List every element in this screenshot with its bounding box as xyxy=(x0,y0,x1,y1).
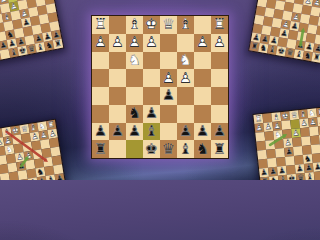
white-queen: ♛♕ xyxy=(20,124,29,133)
black-king: ♚♔ xyxy=(18,46,27,56)
black-bishop[interactable]: ♝♗ xyxy=(179,142,192,157)
black-knight[interactable]: ♞♘ xyxy=(128,106,141,121)
square-d2[interactable] xyxy=(160,34,177,52)
white-pawn: ♟♙ xyxy=(10,2,19,12)
black-bishop: ♝♗ xyxy=(279,175,287,180)
square-d1[interactable]: ♛♕ xyxy=(160,16,177,34)
white-pawn: ♟♙ xyxy=(48,129,57,138)
square-a8[interactable]: ♜♖ xyxy=(211,140,228,158)
square-h3[interactable] xyxy=(92,52,109,70)
square-g5[interactable] xyxy=(109,87,126,105)
square-d1: ♛♕ xyxy=(289,110,299,120)
square-d3[interactable] xyxy=(160,52,177,70)
corner-board-bottom-left: ♜♖♝♗♚♔♛♕♝♗♞♘♜♖♟♙♟♙♟♙♟♙♟♙♟♙♞♘♟♙♟♙♟♙♞♘♟♙♟♙… xyxy=(0,119,67,180)
square-a2: ♟♙ xyxy=(47,129,57,139)
white-rook[interactable]: ♜♖ xyxy=(213,17,226,32)
black-rook: ♜♖ xyxy=(312,53,320,63)
square-e2[interactable]: ♟♙ xyxy=(143,34,160,52)
white-pawn: ♟♙ xyxy=(30,132,39,141)
white-pawn[interactable]: ♟♙ xyxy=(111,35,124,50)
square-c2: ♟♙ xyxy=(299,118,309,128)
black-rook[interactable]: ♜♖ xyxy=(94,142,107,157)
square-g2: ♟♙ xyxy=(263,122,273,132)
black-queen[interactable]: ♛♕ xyxy=(162,142,175,157)
square-a8: ♜♖ xyxy=(311,52,320,62)
white-pawn: ♟♙ xyxy=(300,119,308,128)
square-a2[interactable]: ♟♙ xyxy=(211,34,228,52)
square-e3[interactable] xyxy=(143,52,160,70)
square-a7: ♟♙ xyxy=(54,173,64,180)
square-e1: ♚♔ xyxy=(280,111,290,121)
white-knight[interactable]: ♞♘ xyxy=(179,53,192,68)
square-d4[interactable]: ♟♙ xyxy=(160,69,177,87)
square-e5[interactable] xyxy=(143,87,160,105)
white-rook[interactable]: ♜♖ xyxy=(94,17,107,32)
square-b5[interactable] xyxy=(194,87,211,105)
square-g6[interactable] xyxy=(109,105,126,123)
black-king: ♚♔ xyxy=(288,174,296,180)
black-bishop: ♝♗ xyxy=(294,50,303,60)
square-e4[interactable] xyxy=(143,69,160,87)
square-a4[interactable] xyxy=(211,69,228,87)
square-f2[interactable]: ♟♙ xyxy=(126,34,143,52)
black-pawn[interactable]: ♟♙ xyxy=(128,124,141,139)
white-king[interactable]: ♚♔ xyxy=(145,17,158,32)
square-e5: ♟♙ xyxy=(284,147,294,157)
square-c8[interactable]: ♝♗ xyxy=(177,140,194,158)
white-pawn[interactable]: ♟♙ xyxy=(196,35,209,50)
black-knight: ♞♘ xyxy=(303,51,312,61)
square-e7[interactable]: ♝♗ xyxy=(143,123,160,141)
square-f4[interactable] xyxy=(126,69,143,87)
square-d7[interactable] xyxy=(160,123,177,141)
black-pawn: ♟♙ xyxy=(290,21,299,31)
white-pawn: ♟♙ xyxy=(39,131,48,140)
corner-board-top-right: ♜♖♞♘♝♗♚♔♛♕♝♗♞♘♜♖♟♙♟♙♟♙♟♙♟♙♟♙♟♙♟♙♟♙♟♙♟♙♟♙… xyxy=(248,0,320,64)
white-queen[interactable]: ♛♕ xyxy=(162,17,175,32)
black-pawn: ♟♙ xyxy=(280,29,289,39)
square-h4[interactable] xyxy=(92,69,109,87)
black-bishop: ♝♗ xyxy=(36,43,45,53)
square-h8[interactable]: ♜♖ xyxy=(92,140,109,158)
black-pawn: ♟♙ xyxy=(46,175,55,180)
square-b7[interactable]: ♟♙ xyxy=(194,123,211,141)
black-knight[interactable]: ♞♘ xyxy=(196,142,209,157)
square-h1[interactable]: ♜♖ xyxy=(92,16,109,34)
square-g8[interactable] xyxy=(109,140,126,158)
black-pawn: ♟♙ xyxy=(17,161,26,170)
square-b2: ♟♙ xyxy=(312,0,320,8)
square-c8: ♝♗ xyxy=(305,172,315,180)
square-f1[interactable]: ♝♗ xyxy=(126,16,143,34)
square-c2[interactable] xyxy=(177,34,194,52)
white-bishop: ♝♗ xyxy=(2,12,11,22)
main-chess-board[interactable]: ♜♖♝♗♚♔♛♕♝♗♜♖♟♙♟♙♟♙♟♙♟♙♟♙♞♘♞♘♟♙♟♙♟♙♞♘♟♙♟♙… xyxy=(91,15,229,159)
square-c7[interactable]: ♟♙ xyxy=(177,123,194,141)
white-pawn: ♟♙ xyxy=(304,0,313,6)
black-bishop[interactable]: ♝♗ xyxy=(145,124,158,139)
white-king: ♚♔ xyxy=(11,126,20,135)
black-king: ♚♔ xyxy=(277,46,286,56)
square-d3: ♟♙ xyxy=(291,128,301,138)
square-e1[interactable]: ♚♔ xyxy=(143,16,160,34)
square-a1[interactable]: ♜♖ xyxy=(211,16,228,34)
white-bishop[interactable]: ♝♗ xyxy=(179,17,192,32)
white-pawn: ♟♙ xyxy=(264,122,272,131)
square-e6[interactable]: ♟♙ xyxy=(143,105,160,123)
black-knight: ♞♘ xyxy=(270,176,278,180)
square-f7[interactable]: ♟♙ xyxy=(126,123,143,141)
black-pawn: ♟♙ xyxy=(37,176,46,180)
square-b2[interactable]: ♟♙ xyxy=(194,34,211,52)
square-f6[interactable]: ♞♘ xyxy=(126,105,143,123)
square-g7[interactable]: ♟♙ xyxy=(109,123,126,141)
black-rook: ♜♖ xyxy=(261,177,269,180)
square-b2: ♟♙ xyxy=(308,117,318,127)
black-bishop: ♝♗ xyxy=(268,45,277,55)
square-f3: ♞♘ xyxy=(273,130,283,140)
square-f5[interactable] xyxy=(126,87,143,105)
white-pawn[interactable]: ♟♙ xyxy=(128,35,141,50)
square-f8[interactable] xyxy=(126,140,143,158)
square-e8[interactable]: ♚♔ xyxy=(143,140,160,158)
black-bishop: ♝♗ xyxy=(306,172,314,180)
square-d6[interactable] xyxy=(160,105,177,123)
chess-thumbnail-scene: { "game": "chess", "position": "rnbqk2r/… xyxy=(0,0,320,180)
white-pawn: ♟♙ xyxy=(255,123,263,132)
black-rook: ♜♖ xyxy=(250,42,259,52)
black-pawn[interactable]: ♟♙ xyxy=(94,124,107,139)
square-b3[interactable] xyxy=(194,52,211,70)
black-knight: ♞♘ xyxy=(45,41,54,51)
white-queen: ♛♕ xyxy=(290,111,298,120)
square-a5[interactable] xyxy=(211,87,228,105)
white-king: ♚♔ xyxy=(281,112,289,121)
white-bishop[interactable]: ♝♗ xyxy=(128,17,141,32)
square-a8: ♜♖ xyxy=(53,39,64,50)
black-pawn[interactable]: ♟♙ xyxy=(196,124,209,139)
black-queen: ♛♕ xyxy=(286,48,295,58)
black-pawn: ♟♙ xyxy=(55,174,64,180)
square-c3[interactable]: ♞♘ xyxy=(177,52,194,70)
square-g2[interactable]: ♟♙ xyxy=(109,34,126,52)
square-g3[interactable] xyxy=(109,52,126,70)
white-pawn: ♟♙ xyxy=(24,151,33,160)
square-c5[interactable] xyxy=(177,87,194,105)
white-knight: ♞♘ xyxy=(5,145,14,154)
square-h6[interactable] xyxy=(92,105,109,123)
white-knight[interactable]: ♞♘ xyxy=(128,53,141,68)
square-c1[interactable]: ♝♗ xyxy=(177,16,194,34)
square-d5[interactable]: ♟♙ xyxy=(160,87,177,105)
black-pawn: ♟♙ xyxy=(29,178,38,180)
white-pawn: ♟♙ xyxy=(313,0,320,8)
black-pawn[interactable]: ♟♙ xyxy=(162,88,175,103)
white-pawn[interactable]: ♟♙ xyxy=(94,35,107,50)
black-king[interactable]: ♚♔ xyxy=(145,142,158,157)
black-pawn[interactable]: ♟♙ xyxy=(179,124,192,139)
square-h5[interactable] xyxy=(92,87,109,105)
black-pawn: ♟♙ xyxy=(22,18,31,28)
black-pawn: ♟♙ xyxy=(285,147,293,156)
white-pawn: ♟♙ xyxy=(309,118,317,127)
square-b1[interactable] xyxy=(194,16,211,34)
square-g1[interactable] xyxy=(109,16,126,34)
square-h7[interactable]: ♟♙ xyxy=(92,123,109,141)
square-e8: ♚♔ xyxy=(287,174,297,180)
black-knight: ♞♘ xyxy=(259,43,268,53)
black-pawn: ♟♙ xyxy=(0,41,8,51)
square-b8[interactable]: ♞♘ xyxy=(194,140,211,158)
square-b8 xyxy=(314,171,320,180)
square-d8: ♛♕ xyxy=(296,173,306,180)
square-f3[interactable]: ♞♘ xyxy=(126,52,143,70)
black-pawn[interactable]: ♟♙ xyxy=(111,124,124,139)
square-a6[interactable] xyxy=(211,105,228,123)
white-pawn: ♟♙ xyxy=(292,129,300,138)
black-rook: ♜♖ xyxy=(53,39,62,49)
square-b7: ♟♙ xyxy=(313,162,320,172)
square-h2[interactable]: ♟♙ xyxy=(92,34,109,52)
square-a7[interactable]: ♟♙ xyxy=(211,123,228,141)
white-pawn[interactable]: ♟♙ xyxy=(213,35,226,50)
square-h2: ♟♙ xyxy=(254,123,264,133)
black-queen: ♛♕ xyxy=(27,44,36,54)
square-c6[interactable] xyxy=(177,105,194,123)
white-pawn[interactable]: ♟♙ xyxy=(145,35,158,50)
square-b4[interactable] xyxy=(194,69,211,87)
black-bishop: ♝♗ xyxy=(9,48,18,58)
black-pawn: ♟♙ xyxy=(314,162,320,171)
white-pawn[interactable]: ♟♙ xyxy=(162,71,175,86)
corner-board-bottom-right: ♜♖♝♗♚♔♛♕♝♗♞♘♜♖♟♙♟♙♟♙♟♙♟♙♟♙♞♘♟♙♟♙♟♙♞♘♟♙♟♙… xyxy=(252,106,320,180)
black-queen: ♛♕ xyxy=(297,173,305,180)
square-c4[interactable]: ♟♙ xyxy=(177,69,194,87)
square-g4[interactable] xyxy=(109,69,126,87)
black-pawn[interactable]: ♟♙ xyxy=(213,124,226,139)
black-rook[interactable]: ♜♖ xyxy=(213,142,226,157)
black-pawn[interactable]: ♟♙ xyxy=(145,106,158,121)
white-pawn[interactable]: ♟♙ xyxy=(179,71,192,86)
square-b6[interactable] xyxy=(194,105,211,123)
corner-board-top-left: ♜♖♞♘♝♗♚♔♛♕♞♘♜♖♟♙♟♙♟♙♟♙♟♙♟♙♟♙♝♗♟♙♟♙♞♘♟♙♟♙… xyxy=(0,0,64,62)
square-a3[interactable] xyxy=(211,52,228,70)
square-d8[interactable]: ♛♕ xyxy=(160,140,177,158)
white-knight: ♞♘ xyxy=(274,130,282,139)
white-pawn: ♟♙ xyxy=(0,0,8,4)
